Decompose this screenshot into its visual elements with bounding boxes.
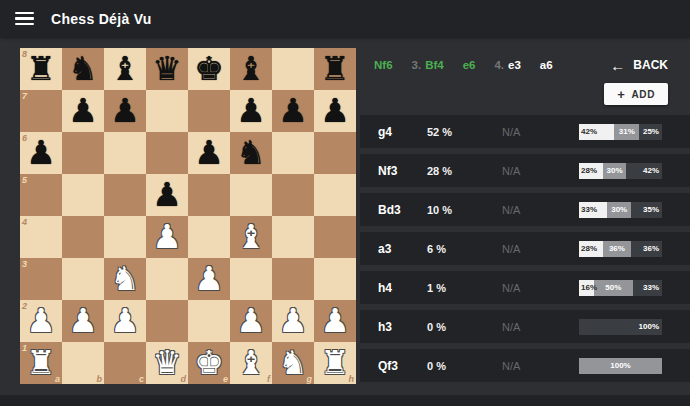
square-a4[interactable]: 4 <box>20 216 62 258</box>
page-title: Chess Déjà Vu <box>51 11 152 27</box>
eval-cell: N/A <box>502 204 579 216</box>
square-g7[interactable]: ♟︎ <box>272 90 314 132</box>
square-e8[interactable]: ♚ <box>188 48 230 90</box>
arrow-left-icon: ← <box>610 58 625 73</box>
square-c6[interactable] <box>104 132 146 174</box>
black-queen[interactable]: ♛ <box>146 48 188 90</box>
square-d8[interactable]: ♛ <box>146 48 188 90</box>
stats-bar: 28%36%36% <box>579 241 662 257</box>
square-h6[interactable] <box>314 132 356 174</box>
square-a2[interactable]: 2♟︎ <box>20 300 62 342</box>
history-move-label: Nf6 <box>374 59 393 71</box>
frequency-cell: 0 % <box>427 321 502 333</box>
white-pawn[interactable]: ♟︎ <box>272 300 314 342</box>
square-d4[interactable]: ♟︎ <box>146 216 188 258</box>
black-pawn[interactable]: ♟︎ <box>146 174 188 216</box>
stat-segment-black: 100% <box>579 319 662 335</box>
square-b6[interactable] <box>62 132 104 174</box>
black-rook[interactable]: ♜ <box>314 48 356 90</box>
square-h2[interactable]: ♟︎ <box>314 300 356 342</box>
history-move-label: a6 <box>540 59 553 71</box>
black-pawn[interactable]: ♟︎ <box>20 132 62 174</box>
history-move-label: Bf4 <box>425 59 444 71</box>
stat-segment-white: 42% <box>579 124 614 140</box>
square-g1[interactable]: g♞ <box>272 342 314 384</box>
square-g5[interactable] <box>272 174 314 216</box>
add-button-label: ADD <box>632 89 655 100</box>
stat-segment-black: 33% <box>633 280 662 296</box>
black-king[interactable]: ♚ <box>188 48 230 90</box>
square-g2[interactable]: ♟︎ <box>272 300 314 342</box>
back-button[interactable]: ← BACK <box>610 58 668 73</box>
stat-segment-draw: 31% <box>614 124 639 140</box>
square-d6[interactable] <box>146 132 188 174</box>
stats-bar: 42%31%25% <box>579 124 662 140</box>
history-move-Bf4[interactable]: 3.Bf4 <box>412 59 444 71</box>
square-b4[interactable] <box>62 216 104 258</box>
move-cell: g4 <box>360 125 427 139</box>
rank-label-3: 3 <box>22 259 27 269</box>
table-row-Nf3[interactable]: Nf328 %N/A28%30%42% <box>360 154 690 187</box>
frequency-cell: 1 % <box>427 282 502 294</box>
stat-segment-white: 28% <box>579 163 603 179</box>
move-cell: Bd3 <box>360 203 427 217</box>
moves-table: g452 %N/A42%31%25%Nf328 %N/A28%30%42%Bd3… <box>360 115 690 382</box>
square-a7[interactable]: 7 <box>20 90 62 132</box>
square-f3[interactable] <box>230 258 272 300</box>
black-pawn[interactable]: ♟︎ <box>314 90 356 132</box>
square-b7[interactable]: ♟︎ <box>62 90 104 132</box>
table-row-h3[interactable]: h30 %N/A100% <box>360 310 690 343</box>
white-rook[interactable]: ♜ <box>314 342 356 384</box>
app-bar: Chess Déjà Vu <box>0 0 690 37</box>
stat-segment-draw: 36% <box>603 241 631 257</box>
square-b8[interactable]: ♞ <box>62 48 104 90</box>
rank-label-5: 5 <box>22 175 27 185</box>
square-h3[interactable] <box>314 258 356 300</box>
square-h4[interactable] <box>314 216 356 258</box>
move-cell: h4 <box>360 281 427 295</box>
history-move-Nf6[interactable]: Nf6 <box>374 59 393 71</box>
square-a5[interactable]: 5 <box>20 174 62 216</box>
square-g3[interactable] <box>272 258 314 300</box>
frequency-cell: 28 % <box>427 165 502 177</box>
eval-cell: N/A <box>502 360 579 372</box>
white-king[interactable]: ♚ <box>188 342 230 384</box>
rank-label-4: 4 <box>22 217 27 227</box>
square-e6[interactable]: ♟︎ <box>188 132 230 174</box>
stat-segment-black: 42% <box>626 163 662 179</box>
white-pawn[interactable]: ♟︎ <box>20 300 62 342</box>
square-e7[interactable] <box>188 90 230 132</box>
square-c8[interactable]: ♝ <box>104 48 146 90</box>
history-move-a6[interactable]: a6 <box>540 59 553 71</box>
stat-segment-draw: 100% <box>579 358 662 374</box>
square-e5[interactable] <box>188 174 230 216</box>
move-cell: Nf3 <box>360 164 427 178</box>
table-row-h4[interactable]: h41 %N/A16%50%33% <box>360 271 690 304</box>
square-h7[interactable]: ♟︎ <box>314 90 356 132</box>
stat-segment-black: 35% <box>631 202 662 218</box>
white-knight[interactable]: ♞ <box>104 258 146 300</box>
square-e2[interactable] <box>188 300 230 342</box>
white-bishop[interactable]: ♝ <box>230 216 272 258</box>
back-button-label: BACK <box>633 58 668 72</box>
eval-cell: N/A <box>502 243 579 255</box>
square-h1[interactable]: h♜ <box>314 342 356 384</box>
stat-segment-black: 25% <box>639 124 662 140</box>
square-c4[interactable] <box>104 216 146 258</box>
square-c3[interactable]: ♞ <box>104 258 146 300</box>
white-rook[interactable]: ♜ <box>20 342 62 384</box>
square-g6[interactable] <box>272 132 314 174</box>
black-pawn[interactable]: ♟︎ <box>104 90 146 132</box>
history-move-label: e3 <box>508 59 521 71</box>
square-f1[interactable]: f♝ <box>230 342 272 384</box>
black-rook[interactable]: ♜ <box>20 48 62 90</box>
black-knight[interactable]: ♞ <box>62 48 104 90</box>
file-label-c: c <box>139 374 144 384</box>
stats-bar: 28%30%42% <box>579 163 662 179</box>
black-pawn[interactable]: ♟︎ <box>62 90 104 132</box>
stat-segment-draw: 50% <box>594 280 633 296</box>
square-d1[interactable]: d♛ <box>146 342 188 384</box>
frequency-cell: 52 % <box>427 126 502 138</box>
eval-cell: N/A <box>502 321 579 333</box>
black-bishop[interactable]: ♝ <box>230 48 272 90</box>
table-row-Qf3[interactable]: Qf30 %N/A100% <box>360 349 690 382</box>
stat-segment-black: 36% <box>631 241 662 257</box>
square-a6[interactable]: 6♟︎ <box>20 132 62 174</box>
eval-cell: N/A <box>502 282 579 294</box>
white-bishop[interactable]: ♝ <box>230 342 272 384</box>
square-c2[interactable]: ♟︎ <box>104 300 146 342</box>
frequency-cell: 0 % <box>427 360 502 372</box>
square-b2[interactable]: ♟︎ <box>62 300 104 342</box>
square-a3[interactable]: 3 <box>20 258 62 300</box>
square-f7[interactable]: ♟︎ <box>230 90 272 132</box>
frequency-cell: 6 % <box>427 243 502 255</box>
eval-cell: N/A <box>502 165 579 177</box>
square-d2[interactable] <box>146 300 188 342</box>
stat-segment-white: 33% <box>579 202 607 218</box>
move-cell: h3 <box>360 320 427 334</box>
move-cell: a3 <box>360 242 427 256</box>
add-row: + ADD <box>360 83 690 109</box>
stats-bar: 100% <box>579 319 662 335</box>
plus-icon: + <box>617 87 625 102</box>
square-f6[interactable]: ♞ <box>230 132 272 174</box>
square-c1[interactable]: c <box>104 342 146 384</box>
square-d5[interactable]: ♟︎ <box>146 174 188 216</box>
move-cell: Qf3 <box>360 359 427 373</box>
white-queen[interactable]: ♛ <box>146 342 188 384</box>
black-knight[interactable]: ♞ <box>230 132 272 174</box>
analysis-panel: Nf63.Bf4e64.e3a6 ← BACK + ADD g452 %N/A4… <box>360 37 690 406</box>
square-a8[interactable]: 8♜ <box>20 48 62 90</box>
history-move-label: e6 <box>463 59 476 71</box>
white-pawn[interactable]: ♟︎ <box>314 300 356 342</box>
square-e4[interactable] <box>188 216 230 258</box>
black-pawn[interactable]: ♟︎ <box>230 90 272 132</box>
square-f2[interactable]: ♟︎ <box>230 300 272 342</box>
stat-segment-white: 16% <box>579 280 594 296</box>
stat-segment-draw: 30% <box>603 163 626 179</box>
white-pawn[interactable]: ♟︎ <box>146 216 188 258</box>
square-c7[interactable]: ♟︎ <box>104 90 146 132</box>
move-history: Nf63.Bf4e64.e3a6 ← BACK <box>360 37 690 75</box>
square-b1[interactable]: b <box>62 342 104 384</box>
move-history-list: Nf63.Bf4e64.e3a6 <box>374 59 572 71</box>
black-bishop[interactable]: ♝ <box>104 48 146 90</box>
white-pawn[interactable]: ♟︎ <box>62 300 104 342</box>
square-c5[interactable] <box>104 174 146 216</box>
square-b5[interactable] <box>62 174 104 216</box>
square-h8[interactable]: ♜ <box>314 48 356 90</box>
menu-icon[interactable] <box>15 12 34 25</box>
history-move-number: 3. <box>412 59 422 71</box>
stat-segment-draw: 30% <box>607 202 631 218</box>
square-g8[interactable] <box>272 48 314 90</box>
square-g4[interactable] <box>272 216 314 258</box>
history-move-e6[interactable]: e6 <box>463 59 476 71</box>
square-d3[interactable] <box>146 258 188 300</box>
white-pawn[interactable]: ♟︎ <box>230 300 272 342</box>
chess-board: 8♜♞♝♛♚♝♜7♟︎♟︎♟︎♟︎♟︎6♟︎♟︎♞5♟︎4♟︎♝3♞♟︎2♟︎♟… <box>20 48 356 384</box>
table-row-g4[interactable]: g452 %N/A42%31%25% <box>360 115 690 148</box>
history-move-number: 4. <box>494 59 504 71</box>
square-h5[interactable] <box>314 174 356 216</box>
square-f4[interactable]: ♝ <box>230 216 272 258</box>
white-pawn[interactable]: ♟︎ <box>188 258 230 300</box>
square-f5[interactable] <box>230 174 272 216</box>
square-b3[interactable] <box>62 258 104 300</box>
add-button[interactable]: + ADD <box>604 83 668 105</box>
history-move-e3[interactable]: 4.e3 <box>494 59 520 71</box>
black-pawn[interactable]: ♟︎ <box>188 132 230 174</box>
rank-label-7: 7 <box>22 91 27 101</box>
footer-bar <box>0 395 690 406</box>
stats-bar: 33%30%35% <box>579 202 662 218</box>
stats-bar: 16%50%33% <box>579 280 662 296</box>
stats-bar: 100% <box>579 358 662 374</box>
white-knight[interactable]: ♞ <box>272 342 314 384</box>
table-row-a3[interactable]: a36 %N/A28%36%36% <box>360 232 690 265</box>
frequency-cell: 10 % <box>427 204 502 216</box>
square-a1[interactable]: 1a♜ <box>20 342 62 384</box>
white-pawn[interactable]: ♟︎ <box>104 300 146 342</box>
stat-segment-white: 28% <box>579 241 603 257</box>
square-e1[interactable]: e♚ <box>188 342 230 384</box>
square-d7[interactable] <box>146 90 188 132</box>
square-f8[interactable]: ♝ <box>230 48 272 90</box>
black-pawn[interactable]: ♟︎ <box>272 90 314 132</box>
file-label-b: b <box>97 374 103 384</box>
square-e3[interactable]: ♟︎ <box>188 258 230 300</box>
table-row-Bd3[interactable]: Bd310 %N/A33%30%35% <box>360 193 690 226</box>
eval-cell: N/A <box>502 126 579 138</box>
